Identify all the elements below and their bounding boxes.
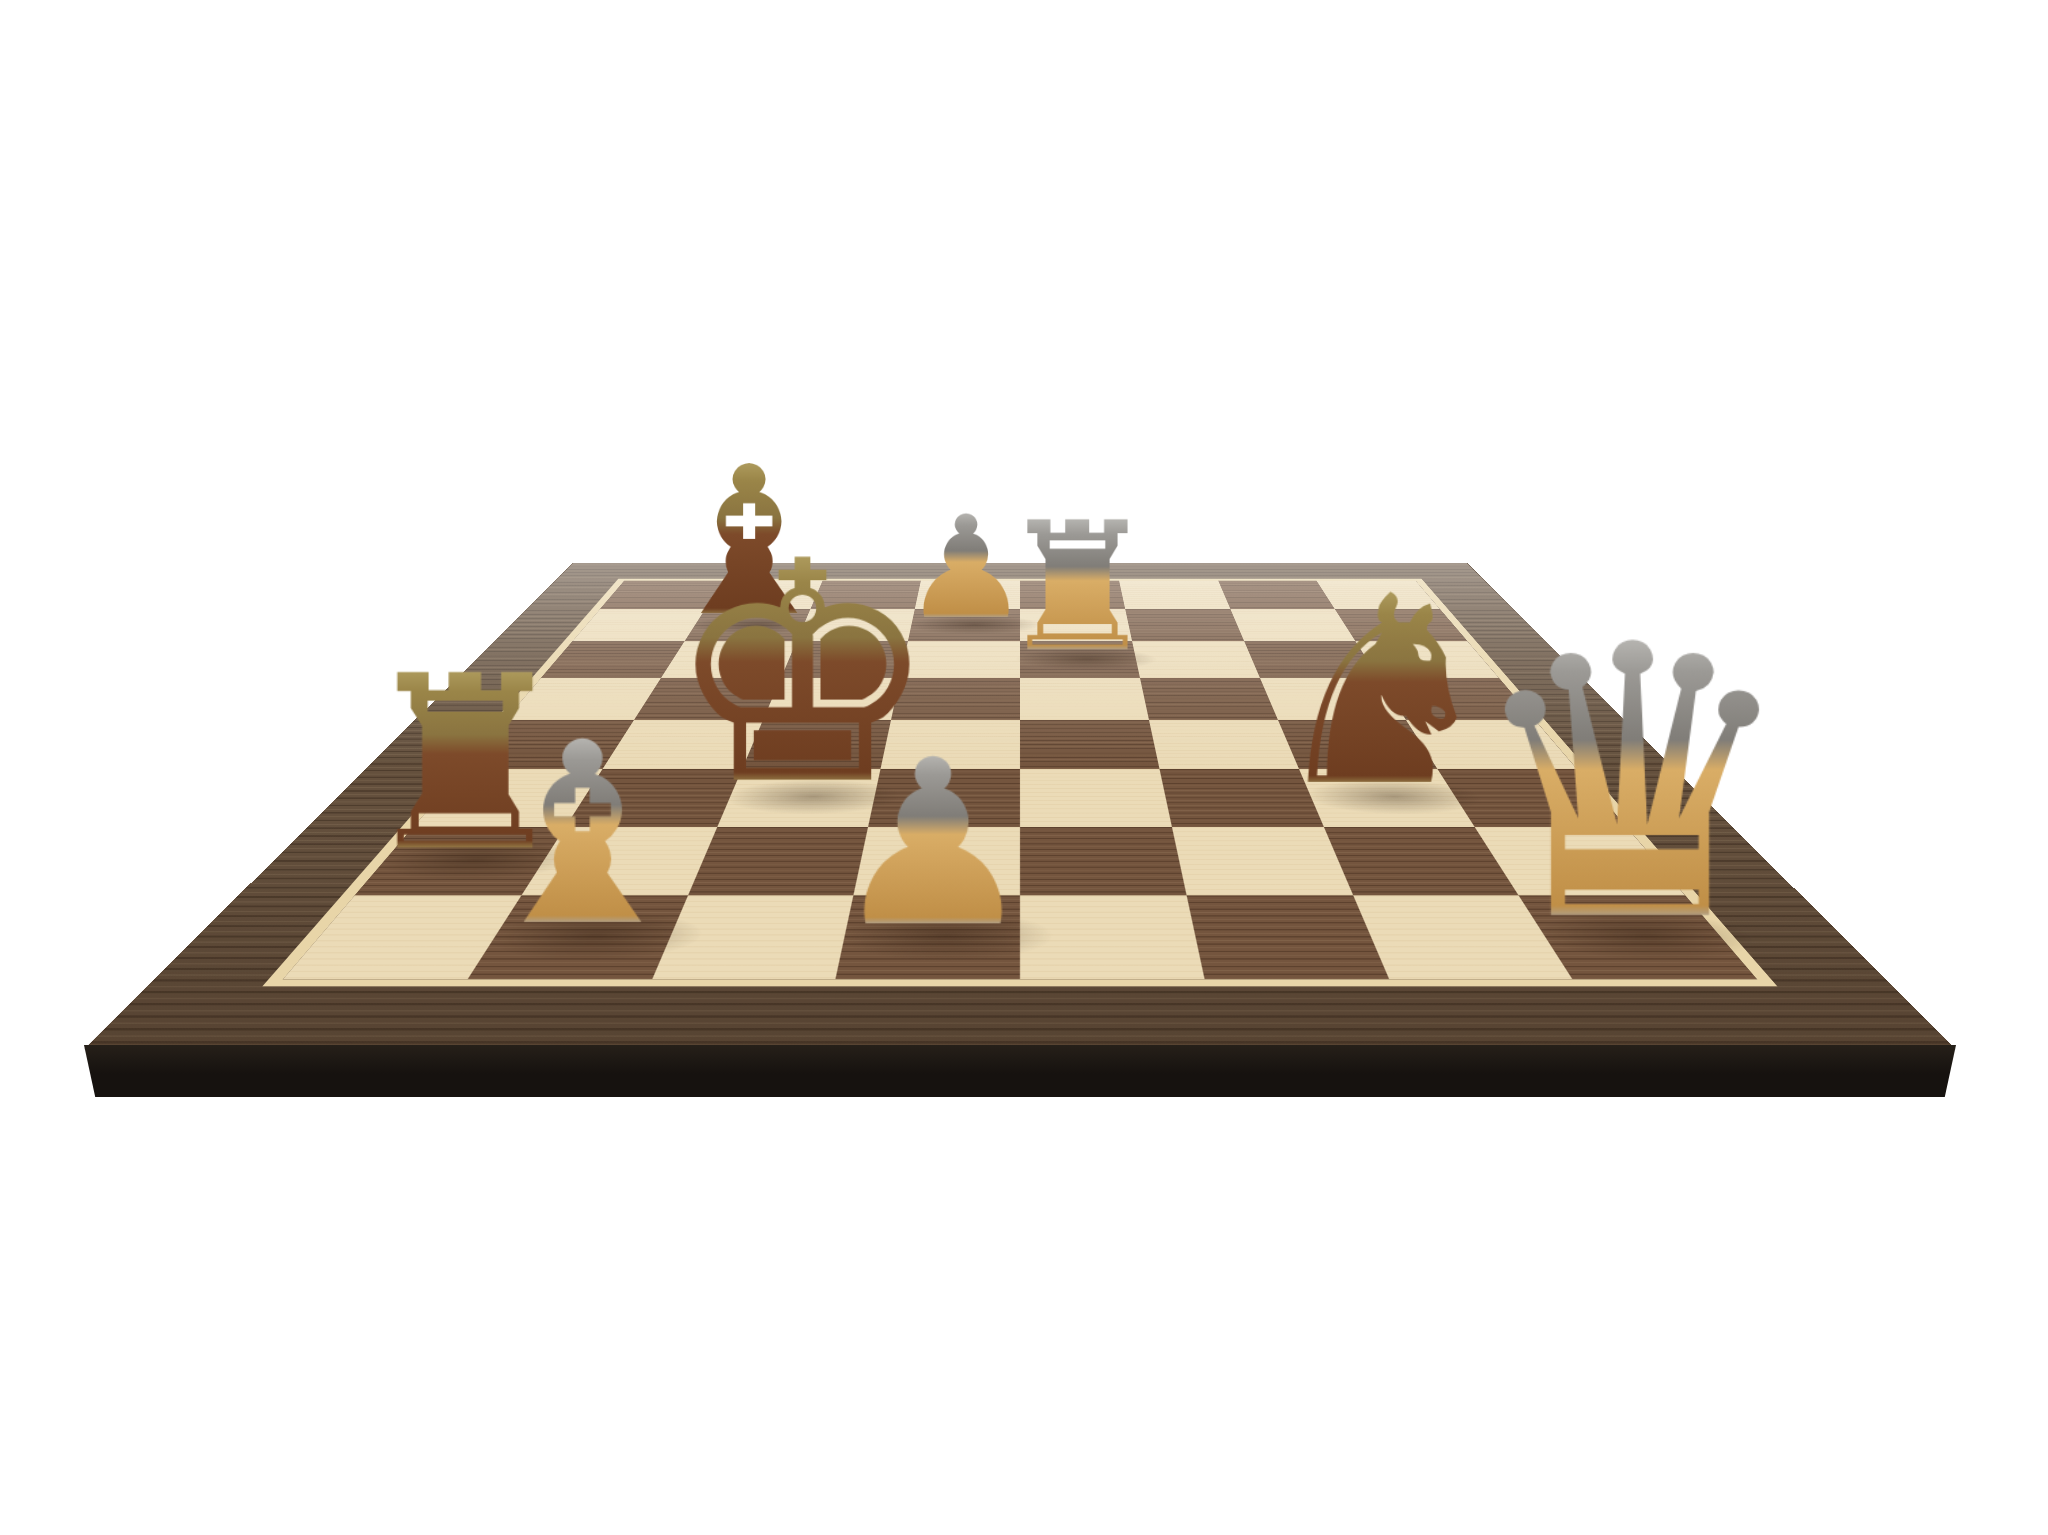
- piece-white-rook-e6[interactable]: ♜: [980, 459, 1176, 658]
- rook-glyph: ♜: [998, 499, 1157, 677]
- pawn-glyph: ♟: [830, 729, 1036, 959]
- piece-white-pawn-d1[interactable]: ♟: [806, 679, 1059, 936]
- queen-glyph: ♛: [1463, 597, 1800, 973]
- product-photo-scene: ♝♟♜♚♞♜♝♟♛: [0, 0, 2048, 1535]
- chess-board: ♝♟♜♚♞♜♝♟♛: [84, 563, 1957, 1050]
- piece-white-queen-h1[interactable]: ♛: [1425, 514, 1839, 935]
- piece-white-bishop-b1[interactable]: ♝: [444, 654, 721, 935]
- bishop-glyph: ♝: [470, 709, 695, 960]
- board-edge: [84, 1045, 1956, 1097]
- pieces-layer: ♝♟♜♚♞♜♝♟♛: [84, 563, 1957, 1050]
